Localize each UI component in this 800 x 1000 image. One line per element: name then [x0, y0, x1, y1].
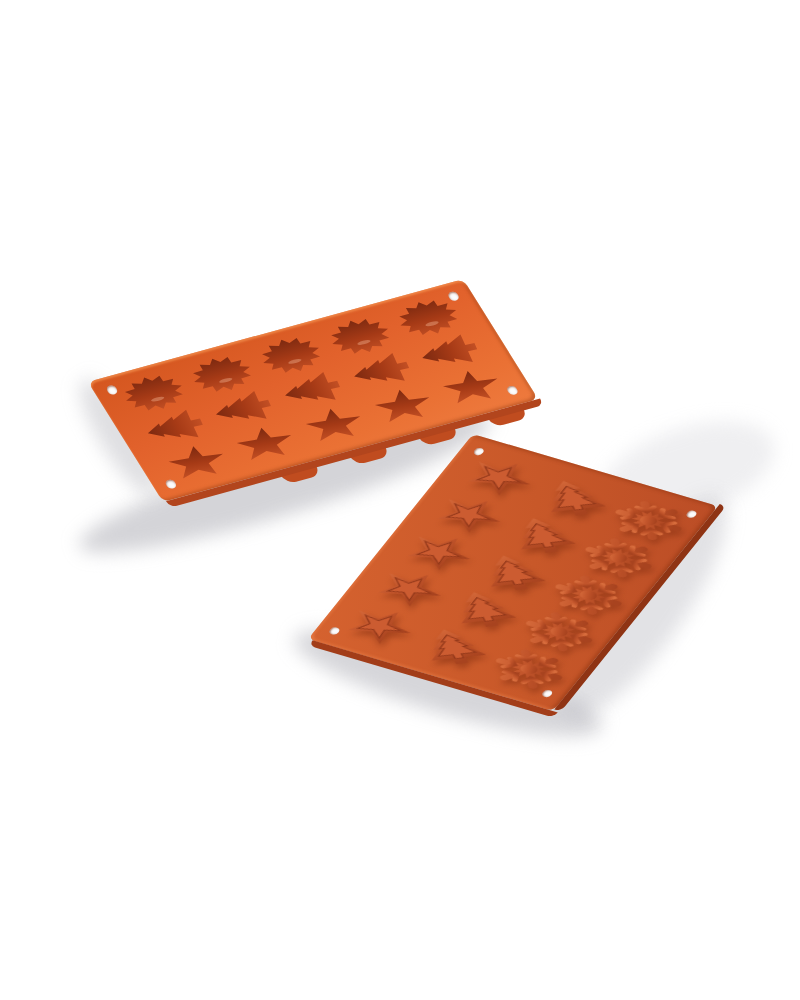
cavity-underside-bump — [485, 405, 529, 428]
product-photo — [0, 0, 800, 1000]
